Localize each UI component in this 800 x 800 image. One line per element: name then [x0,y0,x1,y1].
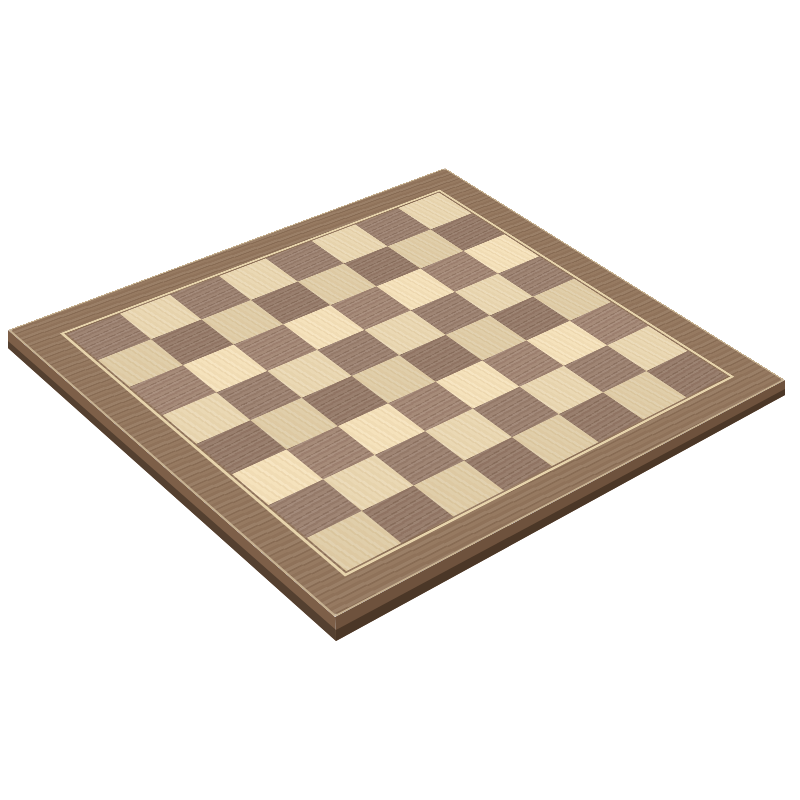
board-squares-grid [67,193,727,572]
product-photo-scene [0,0,800,800]
chess-board [8,168,785,617]
